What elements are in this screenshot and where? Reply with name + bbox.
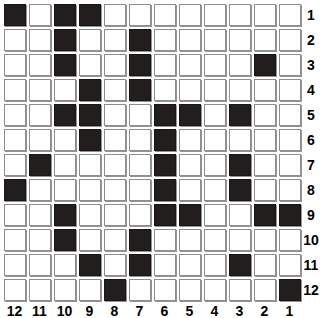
empty-square [104,104,126,126]
empty-square [179,129,201,151]
row-label: 9 [302,202,320,227]
col-label: 11 [27,302,52,318]
grid-cell[interactable] [27,127,52,152]
empty-square [254,254,276,276]
row-label: 8 [302,177,320,202]
grid-cell[interactable] [177,27,202,52]
grid-cell[interactable] [252,252,277,277]
empty-square [179,29,201,51]
empty-square [54,79,76,101]
grid-cell[interactable] [227,202,252,227]
grid-cell[interactable] [252,102,277,127]
grid-cell[interactable] [102,27,127,52]
grid-cell[interactable] [227,127,252,152]
row-label: 7 [302,152,320,177]
filled-square [79,129,101,151]
empty-square [54,129,76,151]
grid-cell[interactable] [102,52,127,77]
grid-cell[interactable] [252,202,277,227]
filled-square [54,4,76,26]
grid-cell[interactable] [102,77,127,102]
grid-cell[interactable] [127,27,152,52]
row-label: 3 [302,52,320,77]
empty-square [254,4,276,26]
grid-cell[interactable] [27,177,52,202]
grid-cell[interactable] [127,102,152,127]
grid-cell[interactable] [277,277,302,302]
empty-square [4,129,26,151]
empty-square [29,179,51,201]
empty-square [4,229,26,251]
empty-square [254,154,276,176]
empty-square [154,54,176,76]
empty-square [229,204,251,226]
empty-square [279,154,301,176]
grid-cell[interactable] [152,52,177,77]
col-label: 7 [127,302,152,318]
grid-cell[interactable] [277,102,302,127]
grid-cell[interactable] [177,277,202,302]
empty-square [279,254,301,276]
empty-square [179,254,201,276]
grid-cell[interactable] [127,127,152,152]
grid-cell[interactable] [227,77,252,102]
grid-cell[interactable] [177,252,202,277]
grid-cell[interactable] [252,27,277,52]
grid-cell[interactable] [177,127,202,152]
empty-square [79,29,101,51]
empty-square [229,279,251,301]
grid-cell[interactable] [52,277,77,302]
empty-square [179,179,201,201]
empty-square [254,179,276,201]
empty-square [154,229,176,251]
grid-cell[interactable] [52,252,77,277]
empty-square [129,104,151,126]
filled-square [254,54,276,76]
grid-cell[interactable] [277,77,302,102]
grid-cell[interactable] [127,202,152,227]
empty-square [179,79,201,101]
empty-square [4,29,26,51]
grid-cell[interactable] [277,52,302,77]
empty-square [54,154,76,176]
filled-square [54,54,76,76]
grid-cell[interactable] [177,77,202,102]
grid-cell[interactable] [102,2,127,27]
grid-cell[interactable] [27,2,52,27]
grid-cell[interactable] [177,2,202,27]
empty-square [29,104,51,126]
grid-cell[interactable] [77,27,102,52]
empty-square [154,279,176,301]
grid-cell[interactable] [2,77,27,102]
grid-cell[interactable] [2,252,27,277]
grid-cell[interactable] [252,177,277,202]
grid-cell[interactable] [77,2,102,27]
empty-square [279,29,301,51]
grid-cell[interactable] [2,277,27,302]
grid-cell[interactable] [102,252,127,277]
grid-cell[interactable] [52,127,77,152]
grid-cell[interactable] [202,102,227,127]
grid-cell[interactable] [52,2,77,27]
grid-cell[interactable] [27,27,52,52]
empty-square [104,254,126,276]
grid-cell[interactable] [252,227,277,252]
grid-cell[interactable] [202,202,227,227]
grid-cell[interactable] [152,77,177,102]
filled-square [4,179,26,201]
empty-square [279,179,301,201]
filled-square [279,279,301,301]
empty-square [104,79,126,101]
row-label: 10 [302,227,320,252]
grid-cell[interactable] [27,52,52,77]
grid-cell[interactable] [177,202,202,227]
grid-cell[interactable] [152,277,177,302]
grid-cell[interactable] [127,177,152,202]
empty-square [29,54,51,76]
empty-square [229,79,251,101]
filled-square [154,129,176,151]
grid-cell[interactable] [202,252,227,277]
grid-cell[interactable] [227,102,252,127]
filled-square [54,29,76,51]
empty-square [104,154,126,176]
grid-cell[interactable] [277,2,302,27]
grid-cell[interactable] [177,227,202,252]
grid-cell[interactable] [102,277,127,302]
grid-cell[interactable] [202,227,227,252]
filled-square [54,104,76,126]
grid-cell[interactable] [277,127,302,152]
empty-square [204,179,226,201]
filled-square [229,154,251,176]
grid-cell[interactable] [152,152,177,177]
empty-square [279,79,301,101]
grid-cell[interactable] [102,202,127,227]
corner-spacer [302,302,320,318]
grid-cell[interactable] [2,152,27,177]
grid-cell[interactable] [2,27,27,52]
grid-cell[interactable] [277,152,302,177]
row-label: 11 [302,252,320,277]
filled-square [79,79,101,101]
empty-square [29,129,51,151]
grid-cell[interactable] [202,127,227,152]
empty-square [279,104,301,126]
filled-square [279,204,301,226]
filled-square [154,179,176,201]
grid-cell[interactable] [77,202,102,227]
grid-cell[interactable] [227,52,252,77]
grid-cell[interactable] [227,2,252,27]
grid-cell[interactable] [52,202,77,227]
empty-square [229,229,251,251]
empty-square [4,104,26,126]
filled-square [154,204,176,226]
grid-cell[interactable] [2,177,27,202]
grid-cell[interactable] [177,52,202,77]
empty-square [29,254,51,276]
grid-cell[interactable] [77,52,102,77]
empty-square [154,79,176,101]
filled-square [129,254,151,276]
grid-cell[interactable] [77,152,102,177]
empty-square [29,4,51,26]
filled-square [54,204,76,226]
empty-square [129,204,151,226]
grid-cell[interactable] [177,152,202,177]
col-label: 3 [227,302,252,318]
empty-square [254,79,276,101]
empty-square [79,279,101,301]
grid-cell[interactable] [152,127,177,152]
grid-cell[interactable] [127,227,152,252]
grid-cell[interactable] [252,52,277,77]
grid-cell[interactable] [77,252,102,277]
empty-square [154,254,176,276]
grid-cell[interactable] [227,227,252,252]
grid-cell[interactable] [2,102,27,127]
empty-square [254,29,276,51]
empty-square [29,204,51,226]
empty-square [254,104,276,126]
grid-cell[interactable] [52,102,77,127]
empty-square [179,279,201,301]
empty-square [4,154,26,176]
empty-square [204,229,226,251]
empty-square [204,279,226,301]
grid-cell[interactable] [102,127,127,152]
col-label: 12 [2,302,27,318]
filled-square [129,29,151,51]
grid-cell[interactable] [227,277,252,302]
grid-cell[interactable] [127,152,152,177]
empty-square [279,229,301,251]
grid-cell[interactable] [77,227,102,252]
grid-cell[interactable] [77,77,102,102]
row-label: 5 [302,102,320,127]
grid-cell[interactable] [152,252,177,277]
grid-cell[interactable] [102,102,127,127]
empty-square [129,154,151,176]
grid-cell[interactable] [77,177,102,202]
empty-square [104,4,126,26]
grid-cell[interactable] [202,277,227,302]
empty-square [204,79,226,101]
grid-cell[interactable] [152,177,177,202]
grid-cell[interactable] [77,102,102,127]
grid-cell[interactable] [252,77,277,102]
empty-square [29,279,51,301]
empty-square [254,129,276,151]
col-label: 4 [202,302,227,318]
empty-square [79,179,101,201]
grid-cell[interactable] [152,102,177,127]
empty-square [54,279,76,301]
grid-cell[interactable] [152,227,177,252]
grid-cell[interactable] [202,52,227,77]
empty-square [104,179,126,201]
empty-square [154,4,176,26]
grid-cell[interactable] [252,127,277,152]
empty-square [4,204,26,226]
empty-square [279,54,301,76]
empty-square [229,4,251,26]
empty-square [179,54,201,76]
grid-cell[interactable] [252,152,277,177]
grid-cell[interactable] [202,77,227,102]
empty-square [79,229,101,251]
grid-cell[interactable] [52,52,77,77]
grid-cell[interactable] [52,227,77,252]
empty-square [179,229,201,251]
grid-cell[interactable] [77,277,102,302]
grid-cell[interactable] [277,177,302,202]
empty-square [129,4,151,26]
filled-square [229,104,251,126]
grid-cell[interactable] [252,2,277,27]
grid-cell[interactable] [27,227,52,252]
grid-cell[interactable] [177,177,202,202]
grid-cell[interactable] [2,202,27,227]
filled-square [229,179,251,201]
empty-square [79,54,101,76]
grid-cell[interactable] [2,227,27,252]
grid-cell[interactable] [27,277,52,302]
grid-cell[interactable] [77,127,102,152]
grid-cell[interactable] [102,177,127,202]
grid-cell[interactable] [252,277,277,302]
row-label: 2 [302,27,320,52]
puzzle-grid: 123456789101112121110987654321 [0,0,320,318]
empty-square [54,179,76,201]
grid-cell[interactable] [227,252,252,277]
empty-square [179,154,201,176]
grid-cell[interactable] [27,252,52,277]
grid-cell[interactable] [27,77,52,102]
empty-square [279,129,301,151]
empty-square [129,279,151,301]
empty-square [129,129,151,151]
filled-square [4,4,26,26]
filled-square [179,104,201,126]
grid-cell[interactable] [127,252,152,277]
empty-square [204,154,226,176]
empty-square [29,229,51,251]
grid-cell[interactable] [127,77,152,102]
empty-square [179,4,201,26]
empty-square [204,204,226,226]
grid-cell[interactable] [202,27,227,52]
col-label: 2 [252,302,277,318]
empty-square [104,129,126,151]
empty-square [104,229,126,251]
grid-cell[interactable] [52,177,77,202]
empty-square [79,154,101,176]
filled-square [79,4,101,26]
grid-cell[interactable] [152,27,177,52]
empty-square [254,229,276,251]
col-label: 10 [52,302,77,318]
grid-cell[interactable] [52,152,77,177]
grid-cell[interactable] [152,2,177,27]
empty-square [54,254,76,276]
col-label: 5 [177,302,202,318]
empty-square [4,54,26,76]
grid-cell[interactable] [27,152,52,177]
filled-square [29,154,51,176]
row-label: 1 [302,2,320,27]
grid-cell[interactable] [27,202,52,227]
empty-square [4,79,26,101]
grid-cell[interactable] [202,152,227,177]
empty-square [104,204,126,226]
grid-cell[interactable] [52,27,77,52]
filled-square [254,204,276,226]
grid-cell[interactable] [277,202,302,227]
grid-cell[interactable] [27,102,52,127]
grid-cell[interactable] [2,2,27,27]
grid-cell[interactable] [277,252,302,277]
filled-square [154,104,176,126]
empty-square [204,29,226,51]
grid-cell[interactable] [2,127,27,152]
grid-cell[interactable] [227,177,252,202]
grid-cell[interactable] [177,102,202,127]
grid-cell[interactable] [102,152,127,177]
grid-cell[interactable] [227,152,252,177]
filled-square [154,154,176,176]
grid-cell[interactable] [202,2,227,27]
empty-square [104,54,126,76]
filled-square [54,229,76,251]
grid-cell[interactable] [127,2,152,27]
grid-cell[interactable] [277,27,302,52]
grid-cell[interactable] [127,277,152,302]
grid-cell[interactable] [202,177,227,202]
empty-square [104,29,126,51]
grid-cell[interactable] [52,77,77,102]
filled-square [104,279,126,301]
col-label: 9 [77,302,102,318]
filled-square [79,254,101,276]
empty-square [29,79,51,101]
empty-square [204,4,226,26]
empty-square [254,279,276,301]
col-label: 8 [102,302,127,318]
row-label: 4 [302,77,320,102]
grid-cell[interactable] [102,227,127,252]
grid-cell[interactable] [2,52,27,77]
grid-cell[interactable] [127,52,152,77]
empty-square [204,129,226,151]
row-label: 6 [302,127,320,152]
grid-cell[interactable] [227,27,252,52]
empty-square [154,29,176,51]
grid-cell[interactable] [277,227,302,252]
empty-square [129,179,151,201]
grid-cell[interactable] [152,202,177,227]
empty-square [204,54,226,76]
row-label: 12 [302,277,320,302]
filled-square [229,254,251,276]
empty-square [229,129,251,151]
empty-square [279,4,301,26]
empty-square [4,254,26,276]
